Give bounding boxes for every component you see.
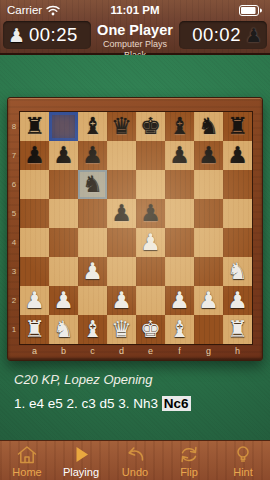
square-b4[interactable] — [49, 228, 78, 257]
piece-white-knight-h3[interactable]: ♞ — [223, 257, 252, 286]
square-h4[interactable] — [223, 228, 252, 257]
white-pawn-icon: ♟ — [8, 21, 25, 49]
file-label-a: a — [20, 344, 49, 358]
rank-label-1: 1 — [8, 315, 20, 344]
piece-black-pawn-c7[interactable]: ♟ — [78, 141, 107, 170]
square-h1[interactable]: ♜ — [223, 315, 252, 344]
home-icon — [15, 444, 39, 465]
square-h8[interactable]: ♜ — [223, 112, 252, 141]
flip-label: Flip — [180, 466, 198, 478]
last-move-highlight: Nc6 — [162, 396, 191, 411]
black-pawn-icon: ♟ — [245, 21, 262, 49]
square-c8[interactable]: ♝ — [78, 112, 107, 141]
piece-black-bishop-f8[interactable]: ♝ — [165, 112, 194, 141]
piece-white-pawn-h2[interactable]: ♟ — [223, 286, 252, 315]
square-e4[interactable]: ♟ — [136, 228, 165, 257]
app-screen: Carrier 11:01 PM ♟ 00:25 One Player — [0, 0, 270, 480]
square-c3[interactable]: ♟ — [78, 257, 107, 286]
hint-label: Hint — [233, 466, 253, 478]
piece-white-rook-a1[interactable]: ♜ — [20, 315, 49, 344]
piece-black-pawn-b7[interactable]: ♟ — [49, 141, 78, 170]
square-g7[interactable]: ♟ — [194, 141, 223, 170]
piece-black-king-e8[interactable]: ♚ — [136, 112, 165, 141]
square-f5[interactable] — [165, 199, 194, 228]
square-h5[interactable] — [223, 199, 252, 228]
piece-white-pawn-c3[interactable]: ♟ — [78, 257, 107, 286]
square-h7[interactable]: ♟ — [223, 141, 252, 170]
file-label-f: f — [165, 344, 194, 358]
square-b7[interactable]: ♟ — [49, 141, 78, 170]
piece-black-rook-h8[interactable]: ♜ — [223, 112, 252, 141]
square-f2[interactable]: ♟ — [165, 286, 194, 315]
home-button[interactable]: Home — [0, 441, 54, 480]
square-e8[interactable]: ♚ — [136, 112, 165, 141]
square-e7[interactable] — [136, 141, 165, 170]
highlight-from-b8 — [49, 112, 78, 141]
rank-label-4: 4 — [8, 228, 20, 257]
square-h2[interactable]: ♟ — [223, 286, 252, 315]
piece-white-pawn-f2[interactable]: ♟ — [165, 286, 194, 315]
piece-white-knight-b1[interactable]: ♞ — [49, 315, 78, 344]
piece-black-rook-a8[interactable]: ♜ — [20, 112, 49, 141]
square-b1[interactable]: ♞ — [49, 315, 78, 344]
square-c4[interactable] — [78, 228, 107, 257]
piece-black-pawn-g7[interactable]: ♟ — [194, 141, 223, 170]
piece-white-pawn-e4[interactable]: ♟ — [136, 228, 165, 257]
square-a7[interactable]: ♟ — [20, 141, 49, 170]
playing-label: Playing — [63, 466, 99, 478]
bottom-toolbar: Home Playing Undo Flip Hin — [0, 440, 270, 480]
piece-white-queen-d1[interactable]: ♛ — [107, 315, 136, 344]
square-h6[interactable] — [223, 170, 252, 199]
square-a3[interactable] — [20, 257, 49, 286]
hint-button[interactable]: Hint — [216, 441, 270, 480]
flip-icon — [177, 444, 201, 465]
carrier-label: Carrier — [7, 4, 42, 16]
file-label-b: b — [49, 344, 78, 358]
file-label-e: e — [136, 344, 165, 358]
square-a2[interactable]: ♟ — [20, 286, 49, 315]
square-g2[interactable]: ♟ — [194, 286, 223, 315]
square-c2[interactable] — [78, 286, 107, 315]
playing-button[interactable]: Playing — [54, 441, 108, 480]
header-wood-panel: Carrier 11:01 PM ♟ 00:25 One Player — [0, 0, 270, 55]
piece-white-bishop-c1[interactable]: ♝ — [78, 315, 107, 344]
rank-label-3: 3 — [8, 257, 20, 286]
status-bar: Carrier 11:01 PM — [0, 0, 270, 20]
table-felt: 87654321 ♜♝♛♚♝♞♜♟♟♟♟♟♟♞♟♟♟♟♞♟♟♟♟♟♟♜♞♝♛♚♝… — [0, 55, 270, 440]
piece-white-pawn-d2[interactable]: ♟ — [107, 286, 136, 315]
square-f1[interactable]: ♝ — [165, 315, 194, 344]
piece-white-king-e1[interactable]: ♚ — [136, 315, 165, 344]
square-c6[interactable]: ♞ — [78, 170, 107, 199]
square-g6[interactable] — [194, 170, 223, 199]
home-label: Home — [12, 466, 41, 478]
battery-icon — [239, 5, 263, 16]
bulb-icon — [231, 444, 255, 465]
square-f6[interactable] — [165, 170, 194, 199]
undo-label: Undo — [122, 466, 148, 478]
square-e3[interactable] — [136, 257, 165, 286]
piece-black-pawn-e5[interactable]: ♟ — [136, 199, 165, 228]
square-b6[interactable] — [49, 170, 78, 199]
square-a6[interactable] — [20, 170, 49, 199]
piece-white-bishop-f1[interactable]: ♝ — [165, 315, 194, 344]
file-label-h: h — [223, 344, 252, 358]
undo-icon — [123, 444, 147, 465]
square-d7[interactable] — [107, 141, 136, 170]
file-labels: abcdefgh — [20, 344, 252, 358]
piece-white-rook-h1[interactable]: ♜ — [223, 315, 252, 344]
square-a4[interactable] — [20, 228, 49, 257]
square-d2[interactable]: ♟ — [107, 286, 136, 315]
piece-white-pawn-g2[interactable]: ♟ — [194, 286, 223, 315]
square-d4[interactable] — [107, 228, 136, 257]
square-b8[interactable] — [49, 112, 78, 141]
square-g8[interactable]: ♞ — [194, 112, 223, 141]
square-e2[interactable] — [136, 286, 165, 315]
white-clock: ♟ 00:25 — [3, 21, 91, 49]
piece-black-pawn-a7[interactable]: ♟ — [20, 141, 49, 170]
square-e5[interactable]: ♟ — [136, 199, 165, 228]
piece-black-knight-g8[interactable]: ♞ — [194, 112, 223, 141]
square-g5[interactable] — [194, 199, 223, 228]
play-icon — [69, 444, 93, 465]
file-label-d: d — [107, 344, 136, 358]
moves-text: 1. e4 e5 2. c3 d5 3. Nh3 — [14, 396, 162, 411]
rank-label-2: 2 — [8, 286, 20, 315]
move-list: 1. e4 e5 2. c3 d5 3. Nh3 Nc6 — [14, 396, 270, 411]
square-b5[interactable] — [49, 199, 78, 228]
square-d6[interactable] — [107, 170, 136, 199]
piece-black-queen-d8[interactable]: ♛ — [107, 112, 136, 141]
square-g4[interactable] — [194, 228, 223, 257]
rank-label-8: 8 — [8, 112, 20, 141]
square-f3[interactable] — [165, 257, 194, 286]
undo-button[interactable]: Undo — [108, 441, 162, 480]
square-f4[interactable] — [165, 228, 194, 257]
piece-black-bishop-c8[interactable]: ♝ — [78, 112, 107, 141]
square-d5[interactable]: ♟ — [107, 199, 136, 228]
piece-black-knight-c6[interactable]: ♞ — [78, 170, 107, 199]
square-a8[interactable]: ♜ — [20, 112, 49, 141]
opening-name: C20 KP, Lopez Opening — [14, 372, 270, 387]
rank-label-5: 5 — [8, 199, 20, 228]
square-d1[interactable]: ♛ — [107, 315, 136, 344]
square-d8[interactable]: ♛ — [107, 112, 136, 141]
square-c7[interactable]: ♟ — [78, 141, 107, 170]
piece-black-pawn-h7[interactable]: ♟ — [223, 141, 252, 170]
square-f7[interactable]: ♟ — [165, 141, 194, 170]
black-clock-time: 00:02 — [192, 24, 241, 46]
square-b3[interactable] — [49, 257, 78, 286]
square-c1[interactable]: ♝ — [78, 315, 107, 344]
file-label-g: g — [194, 344, 223, 358]
square-f8[interactable]: ♝ — [165, 112, 194, 141]
piece-white-pawn-a2[interactable]: ♟ — [20, 286, 49, 315]
piece-black-pawn-f7[interactable]: ♟ — [165, 141, 194, 170]
page-title: One Player — [91, 22, 179, 39]
rank-label-7: 7 — [8, 141, 20, 170]
square-a1[interactable]: ♜ — [20, 315, 49, 344]
square-a5[interactable] — [20, 199, 49, 228]
square-c5[interactable] — [78, 199, 107, 228]
square-g3[interactable] — [194, 257, 223, 286]
flip-button[interactable]: Flip — [162, 441, 216, 480]
square-h3[interactable]: ♞ — [223, 257, 252, 286]
rank-label-6: 6 — [8, 170, 20, 199]
board-grid: ♜♝♛♚♝♞♜♟♟♟♟♟♟♞♟♟♟♟♞♟♟♟♟♟♟♜♞♝♛♚♝♜ — [20, 112, 252, 344]
square-d3[interactable] — [107, 257, 136, 286]
file-label-c: c — [78, 344, 107, 358]
square-e6[interactable] — [136, 170, 165, 199]
rank-labels: 87654321 — [8, 112, 20, 344]
white-clock-time: 00:25 — [29, 24, 78, 46]
piece-black-pawn-d5[interactable]: ♟ — [107, 199, 136, 228]
black-clock: 00:02 ♟ — [179, 21, 267, 49]
square-g1[interactable] — [194, 315, 223, 344]
wifi-icon — [46, 5, 60, 16]
chess-board: 87654321 ♜♝♛♚♝♞♜♟♟♟♟♟♟♞♟♟♟♟♞♟♟♟♟♟♟♜♞♝♛♚♝… — [7, 97, 263, 361]
piece-white-pawn-b2[interactable]: ♟ — [49, 286, 78, 315]
square-e1[interactable]: ♚ — [136, 315, 165, 344]
square-b2[interactable]: ♟ — [49, 286, 78, 315]
